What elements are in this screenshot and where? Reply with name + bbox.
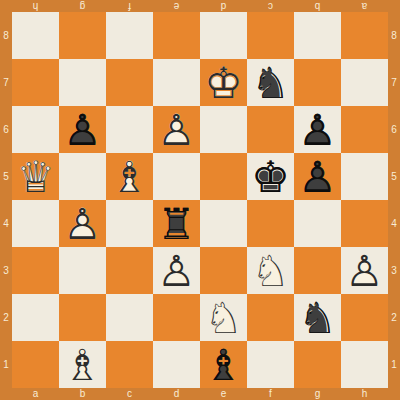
square-c2[interactable] (106, 294, 153, 341)
square-c5[interactable]: ♝♗ (106, 153, 153, 200)
square-h4[interactable] (341, 200, 388, 247)
white-bishop[interactable]: ♝♗ (59, 341, 106, 388)
square-a8[interactable] (12, 12, 59, 59)
square-d6[interactable]: ♟♙ (153, 106, 200, 153)
square-a1[interactable] (12, 341, 59, 388)
square-a3[interactable] (12, 247, 59, 294)
black-knight[interactable]: ♞♘ (247, 59, 294, 106)
white-pawn[interactable]: ♟♙ (59, 200, 106, 247)
white-knight[interactable]: ♞♘ (200, 294, 247, 341)
square-b4[interactable]: ♟♙ (59, 200, 106, 247)
square-h8[interactable] (341, 12, 388, 59)
square-h7[interactable] (341, 59, 388, 106)
square-f5[interactable]: ♚♔ (247, 153, 294, 200)
rank-label-left-1: 1 (0, 341, 12, 388)
square-d1[interactable] (153, 341, 200, 388)
rank-label-left-4: 4 (0, 200, 12, 247)
square-f8[interactable] (247, 12, 294, 59)
square-f2[interactable] (247, 294, 294, 341)
square-c8[interactable] (106, 12, 153, 59)
square-f1[interactable] (247, 341, 294, 388)
square-d2[interactable] (153, 294, 200, 341)
square-h2[interactable] (341, 294, 388, 341)
square-b2[interactable] (59, 294, 106, 341)
rank-label-left-5: 5 (0, 153, 12, 200)
square-a4[interactable] (12, 200, 59, 247)
file-label-top-d: d (200, 0, 247, 12)
square-e7[interactable]: ♚♔ (200, 59, 247, 106)
square-b1[interactable]: ♝♗ (59, 341, 106, 388)
square-a2[interactable] (12, 294, 59, 341)
rank-label-left-8: 8 (0, 12, 12, 59)
square-c3[interactable] (106, 247, 153, 294)
square-a7[interactable] (12, 59, 59, 106)
black-pawn[interactable]: ♟♙ (294, 153, 341, 200)
file-label-top-a: a (341, 0, 388, 12)
square-d5[interactable] (153, 153, 200, 200)
rank-label-right-8: 8 (388, 12, 400, 59)
rank-label-right-6: 6 (388, 106, 400, 153)
square-e6[interactable] (200, 106, 247, 153)
chess-board-frame: abcdefgh abcdefgh 87654321 87654321 ♚♔♞♘… (0, 0, 400, 400)
rank-label-right-2: 2 (388, 294, 400, 341)
rank-label-right-7: 7 (388, 59, 400, 106)
file-label-bottom-h: h (341, 388, 388, 400)
board: ♚♔♞♘♟♙♟♙♟♙♛♕♝♗♚♔♟♙♟♙♜♖♟♙♞♘♟♙♞♘♞♘♝♗♝♗ (12, 12, 388, 388)
square-e5[interactable] (200, 153, 247, 200)
square-f4[interactable] (247, 200, 294, 247)
file-label-top-f: f (106, 0, 153, 12)
file-label-top-b: b (294, 0, 341, 12)
file-label-top-g: g (59, 0, 106, 12)
square-c1[interactable] (106, 341, 153, 388)
black-rook[interactable]: ♜♖ (153, 200, 200, 247)
square-c7[interactable] (106, 59, 153, 106)
rank-labels-left: 87654321 (0, 12, 12, 388)
rank-label-right-3: 3 (388, 247, 400, 294)
square-c6[interactable] (106, 106, 153, 153)
square-d7[interactable] (153, 59, 200, 106)
white-pawn[interactable]: ♟♙ (341, 247, 388, 294)
white-queen[interactable]: ♛♕ (12, 153, 59, 200)
rank-label-left-6: 6 (0, 106, 12, 153)
file-label-bottom-d: d (153, 388, 200, 400)
white-pawn[interactable]: ♟♙ (153, 247, 200, 294)
file-label-bottom-g: g (294, 388, 341, 400)
square-e2[interactable]: ♞♘ (200, 294, 247, 341)
file-label-bottom-c: c (106, 388, 153, 400)
black-king[interactable]: ♚♔ (247, 153, 294, 200)
file-label-bottom-a: a (12, 388, 59, 400)
rank-label-right-1: 1 (388, 341, 400, 388)
square-b3[interactable] (59, 247, 106, 294)
black-bishop[interactable]: ♝♗ (200, 341, 247, 388)
square-g3[interactable] (294, 247, 341, 294)
square-e8[interactable] (200, 12, 247, 59)
square-b7[interactable] (59, 59, 106, 106)
square-c4[interactable] (106, 200, 153, 247)
square-g7[interactable] (294, 59, 341, 106)
square-g4[interactable] (294, 200, 341, 247)
rank-label-left-2: 2 (0, 294, 12, 341)
white-pawn[interactable]: ♟♙ (153, 106, 200, 153)
rank-label-left-7: 7 (0, 59, 12, 106)
square-d3[interactable]: ♟♙ (153, 247, 200, 294)
square-d8[interactable] (153, 12, 200, 59)
square-g8[interactable] (294, 12, 341, 59)
square-h1[interactable] (341, 341, 388, 388)
file-label-top-h: h (12, 0, 59, 12)
rank-label-right-4: 4 (388, 200, 400, 247)
square-h5[interactable] (341, 153, 388, 200)
square-g5[interactable]: ♟♙ (294, 153, 341, 200)
white-bishop[interactable]: ♝♗ (106, 153, 153, 200)
square-f6[interactable] (247, 106, 294, 153)
square-a5[interactable]: ♛♕ (12, 153, 59, 200)
square-e4[interactable] (200, 200, 247, 247)
file-label-bottom-f: f (247, 388, 294, 400)
square-g1[interactable] (294, 341, 341, 388)
square-f3[interactable]: ♞♘ (247, 247, 294, 294)
square-g2[interactable]: ♞♘ (294, 294, 341, 341)
file-label-top-c: c (247, 0, 294, 12)
square-d4[interactable]: ♜♖ (153, 200, 200, 247)
rank-label-right-5: 5 (388, 153, 400, 200)
black-pawn[interactable]: ♟♙ (294, 106, 341, 153)
rank-label-left-3: 3 (0, 247, 12, 294)
square-b5[interactable] (59, 153, 106, 200)
square-b8[interactable] (59, 12, 106, 59)
square-h3[interactable]: ♟♙ (341, 247, 388, 294)
file-labels-top: abcdefgh (12, 0, 388, 12)
file-label-top-e: e (153, 0, 200, 12)
square-g6[interactable]: ♟♙ (294, 106, 341, 153)
rank-labels-right: 87654321 (388, 12, 400, 388)
square-h6[interactable] (341, 106, 388, 153)
white-knight[interactable]: ♞♘ (247, 247, 294, 294)
black-pawn[interactable]: ♟♙ (59, 106, 106, 153)
square-b6[interactable]: ♟♙ (59, 106, 106, 153)
square-e3[interactable] (200, 247, 247, 294)
square-a6[interactable] (12, 106, 59, 153)
square-e1[interactable]: ♝♗ (200, 341, 247, 388)
white-king[interactable]: ♚♔ (200, 59, 247, 106)
square-f7[interactable]: ♞♘ (247, 59, 294, 106)
black-knight[interactable]: ♞♘ (294, 294, 341, 341)
